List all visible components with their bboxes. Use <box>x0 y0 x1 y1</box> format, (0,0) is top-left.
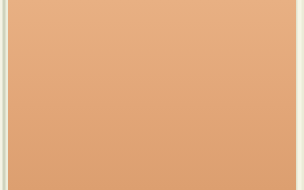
grid-line <box>8 179 296 190</box>
game-screen <box>0 0 304 190</box>
board-grid[interactable] <box>8 0 296 190</box>
table-background-right <box>296 0 304 190</box>
grid-line <box>8 0 296 179</box>
gomoku-board[interactable] <box>8 0 296 190</box>
